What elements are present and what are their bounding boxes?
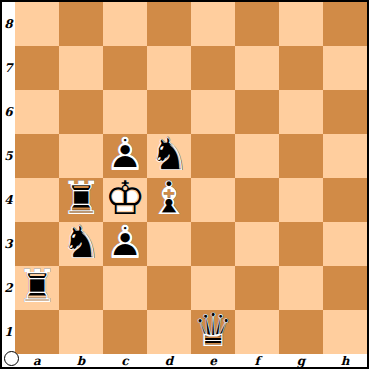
square-a7[interactable] [15,46,59,90]
square-g4[interactable] [279,178,323,222]
square-e1[interactable]: ♛♕ [191,310,235,354]
square-e8[interactable] [191,2,235,46]
file-label-c: c [103,354,147,367]
square-g6[interactable] [279,90,323,134]
rank-label-8: 8 [2,2,15,46]
square-h2[interactable] [323,266,367,310]
square-h8[interactable] [323,2,367,46]
square-c8[interactable] [103,2,147,46]
square-e5[interactable] [191,134,235,178]
square-a6[interactable] [15,90,59,134]
square-a4[interactable] [15,178,59,222]
square-g2[interactable] [279,266,323,310]
square-f1[interactable] [235,310,279,354]
square-h6[interactable] [323,90,367,134]
black-knight[interactable]: ♞♘ [59,222,103,266]
chess-diagram: ♟♙♞♘♜♖♚♔♝♗♞♘♟♙♜♖♛♕ 87654321 abcdefgh [0,0,369,369]
square-a1[interactable] [15,310,59,354]
square-g7[interactable] [279,46,323,90]
square-f2[interactable] [235,266,279,310]
rank-label-4: 4 [2,178,15,222]
square-h7[interactable] [323,46,367,90]
square-d8[interactable] [147,2,191,46]
square-f6[interactable] [235,90,279,134]
square-g1[interactable] [279,310,323,354]
rank-label-7: 7 [2,46,15,90]
square-g3[interactable] [279,222,323,266]
square-e6[interactable] [191,90,235,134]
square-e7[interactable] [191,46,235,90]
square-b8[interactable] [59,2,103,46]
square-d3[interactable] [147,222,191,266]
square-g8[interactable] [279,2,323,46]
file-label-g: g [279,354,323,367]
square-b1[interactable] [59,310,103,354]
square-c2[interactable] [103,266,147,310]
square-e3[interactable] [191,222,235,266]
board: ♟♙♞♘♜♖♚♔♝♗♞♘♟♙♜♖♛♕ [15,2,367,354]
rank-label-3: 3 [2,222,15,266]
file-label-d: d [147,354,191,367]
rank-label-5: 5 [2,134,15,178]
file-label-f: f [235,354,279,367]
square-e4[interactable] [191,178,235,222]
square-a5[interactable] [15,134,59,178]
square-a2[interactable]: ♜♖ [15,266,59,310]
square-h3[interactable] [323,222,367,266]
square-f8[interactable] [235,2,279,46]
black-bishop[interactable]: ♝♗ [147,178,191,222]
file-label-b: b [59,354,103,367]
square-b2[interactable] [59,266,103,310]
rank-labels: 87654321 [2,2,15,354]
square-b6[interactable] [59,90,103,134]
square-f4[interactable] [235,178,279,222]
black-queen[interactable]: ♛♕ [191,310,235,354]
white-to-move-indicator [4,351,19,366]
square-c1[interactable] [103,310,147,354]
square-d1[interactable] [147,310,191,354]
file-labels: abcdefgh [15,354,367,367]
square-d4[interactable]: ♝♗ [147,178,191,222]
square-c3[interactable]: ♟♙ [103,222,147,266]
file-label-h: h [323,354,367,367]
file-label-e: e [191,354,235,367]
square-c7[interactable] [103,46,147,90]
rank-label-1: 1 [2,310,15,354]
file-label-a: a [15,354,59,367]
rank-label-6: 6 [2,90,15,134]
square-a8[interactable] [15,2,59,46]
square-f3[interactable] [235,222,279,266]
square-f5[interactable] [235,134,279,178]
square-f7[interactable] [235,46,279,90]
square-g5[interactable] [279,134,323,178]
black-rook[interactable]: ♜♖ [15,266,59,310]
square-b7[interactable] [59,46,103,90]
square-b3[interactable]: ♞♘ [59,222,103,266]
square-h5[interactable] [323,134,367,178]
square-h4[interactable] [323,178,367,222]
rank-label-2: 2 [2,266,15,310]
square-h1[interactable] [323,310,367,354]
square-d7[interactable] [147,46,191,90]
black-pawn[interactable]: ♟♙ [103,222,147,266]
square-d2[interactable] [147,266,191,310]
